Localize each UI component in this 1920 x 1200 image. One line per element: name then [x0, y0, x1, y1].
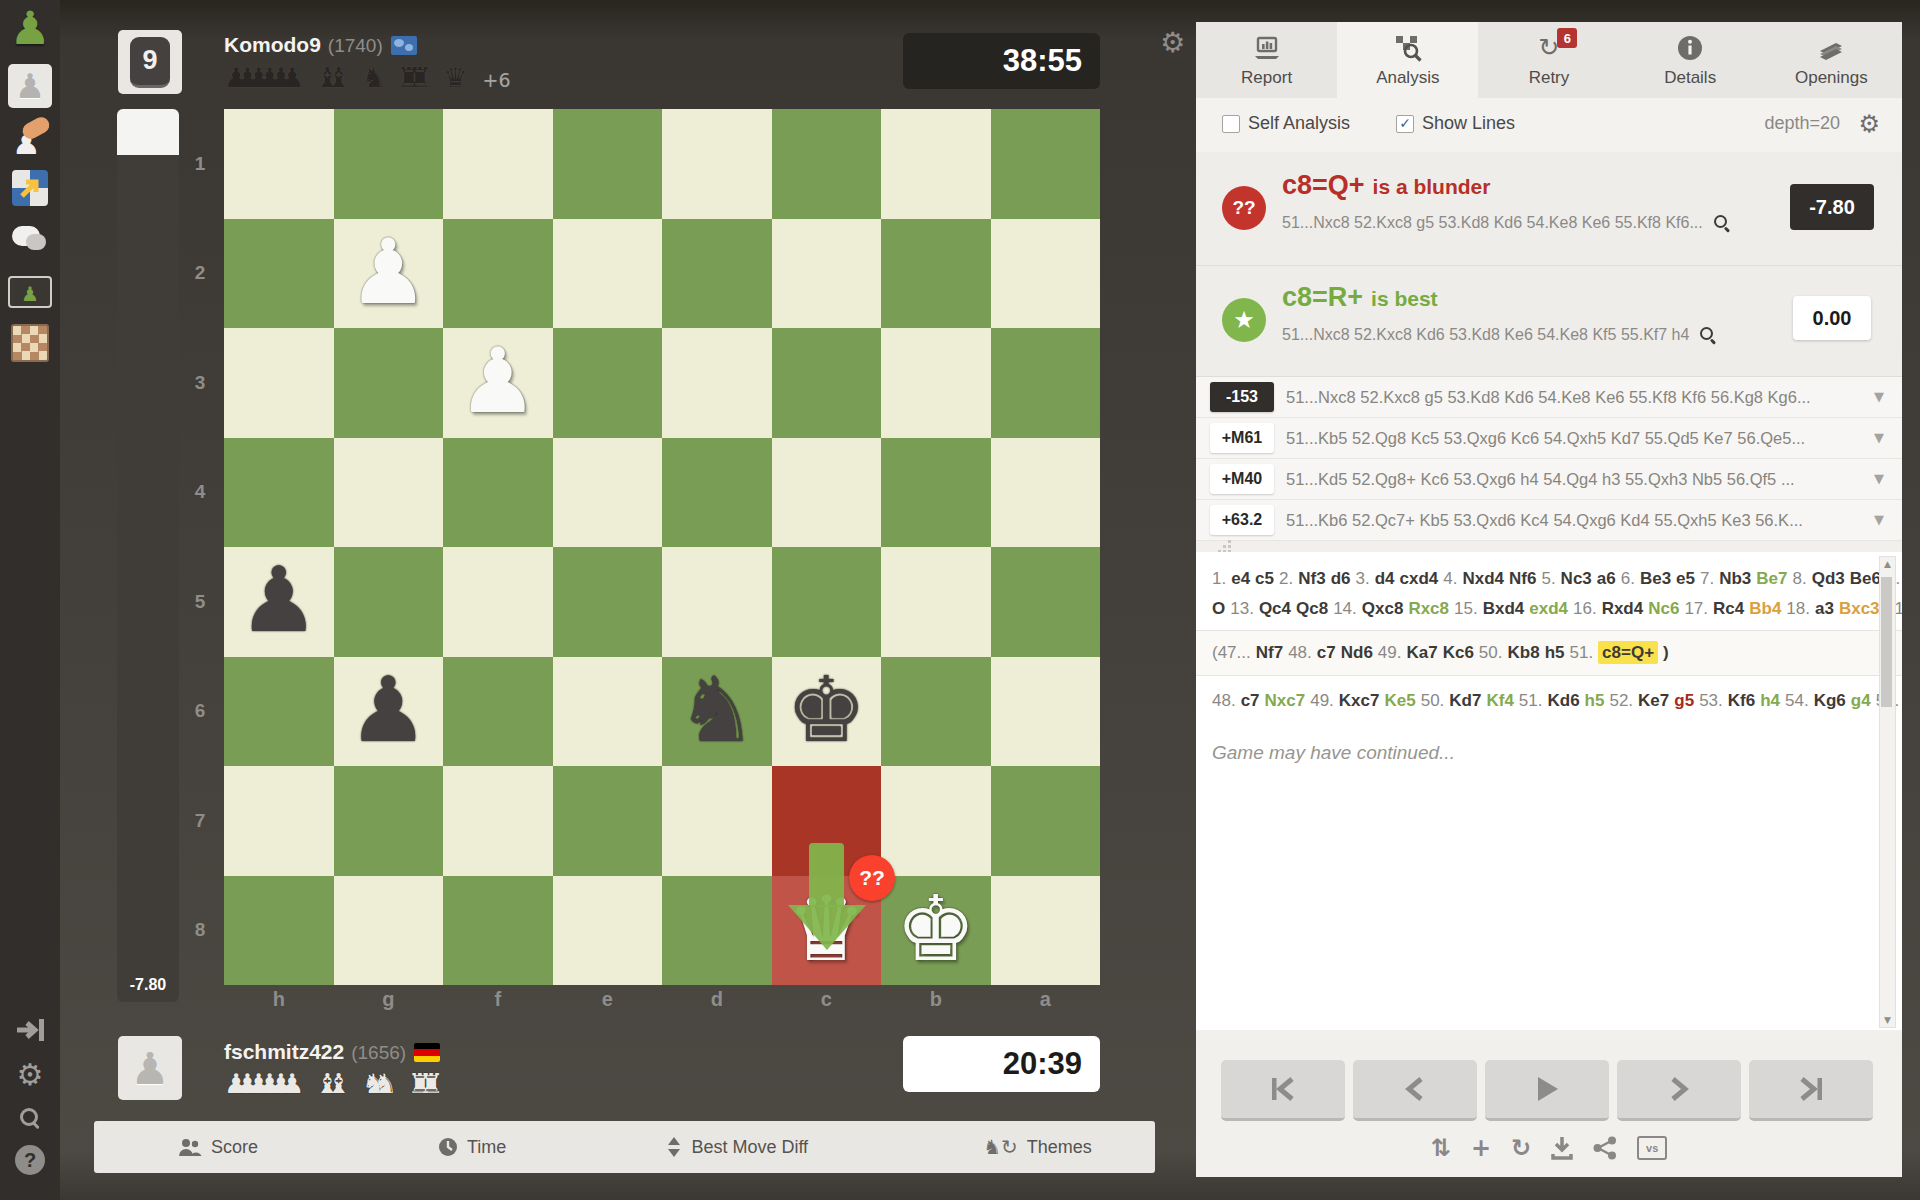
square-h8[interactable]: [224, 876, 334, 986]
bottom-player-name[interactable]: fschmitz422: [224, 1040, 344, 1063]
move-number: 5.: [1541, 569, 1555, 588]
top-player-rating: (1740): [328, 35, 383, 56]
move[interactable]: Ka7: [1406, 643, 1437, 662]
world-flag-icon: [391, 36, 417, 55]
move[interactable]: Ke5: [1384, 691, 1415, 710]
square-b6[interactable]: [881, 657, 991, 767]
top-player-name[interactable]: Komodo9: [224, 33, 321, 56]
square-e7[interactable]: [553, 766, 663, 876]
chevron-down-icon[interactable]: ▼: [1874, 500, 1884, 540]
self-analysis-label: Self Analysis: [1248, 113, 1350, 134]
square-c2[interactable]: [772, 219, 882, 329]
bottom-player-avatar[interactable]: ♟: [118, 1036, 182, 1100]
people-icon: [178, 1138, 202, 1156]
app-sidebar: ♟ ♟ ♟ ♟ ⚙ ?: [0, 0, 60, 1200]
move-number: 48.: [1288, 643, 1312, 662]
sign-in-icon[interactable]: [8, 1008, 52, 1052]
material-advantage: +6: [483, 69, 511, 91]
chevron-left-icon: [1404, 1074, 1426, 1104]
rank-label-4: 4: [184, 481, 216, 503]
square-g5[interactable]: [334, 547, 444, 657]
reset-icon[interactable]: ↻: [1511, 1134, 1531, 1162]
play-computer-icon[interactable]: ♟: [8, 64, 52, 108]
move[interactable]: Kd6: [1547, 691, 1579, 710]
blunder-title: c8=Q+is a blunder: [1282, 170, 1490, 201]
engine-line-score: +63.2: [1210, 505, 1274, 535]
analysis-icon: [1394, 33, 1422, 63]
file-label-f: f: [443, 988, 553, 1011]
move[interactable]: Be6: [1850, 569, 1881, 588]
blunder-score-badge: -7.80: [1790, 184, 1874, 230]
chevron-down-icon[interactable]: ▼: [1874, 418, 1884, 458]
move[interactable]: Kd7: [1449, 691, 1481, 710]
board-settings-gear-icon[interactable]: ⚙: [1160, 26, 1185, 59]
move[interactable]: Qc4: [1259, 599, 1291, 618]
square-h7[interactable]: [224, 766, 334, 876]
engine-line-2[interactable]: +M6151...Kb5 52.Qg8 Kc5 53.Qxg6 Kc6 54.Q…: [1196, 418, 1902, 459]
square-b3[interactable]: [881, 328, 991, 438]
bottom-player-clock: 20:39: [903, 1036, 1100, 1092]
best-score-badge: 0.00: [1793, 296, 1871, 340]
blunder-assessment-row[interactable]: ?? c8=Q+is a blunder 51...Nxc8 52.Kxc8 g…: [1196, 152, 1902, 266]
square-d7[interactable]: [662, 766, 772, 876]
move[interactable]: d4: [1375, 569, 1395, 588]
move-number: 52.: [1609, 691, 1633, 710]
share-icon[interactable]: [1593, 1136, 1617, 1160]
engine-line-1[interactable]: -15351...Nxc8 52.Kxc8 g5 53.Kd8 Kd6 54.K…: [1196, 377, 1902, 418]
move-number: 8.: [1793, 569, 1807, 588]
black-pawn-h5[interactable]: ♟: [224, 547, 334, 657]
go-to-end-button[interactable]: [1749, 1060, 1873, 1121]
move-number: 14.: [1333, 599, 1357, 618]
white-king-b8[interactable]: ♚: [881, 876, 991, 986]
captured-q-group: ♛: [443, 62, 454, 93]
search-icon[interactable]: [8, 1096, 52, 1140]
engine-line-moves: 51...Kb6 52.Qc7+ Kb5 53.Qxd6 Kc4 54.Qxg6…: [1286, 500, 1803, 540]
captured-b-group: ♝♝: [315, 62, 337, 93]
depth-setting: depth=20: [1764, 113, 1840, 134]
main-move-list: 1.e4c52.Nf3d63.d4cxd44.Nxd4Nf65.Nc3a66.B…: [1196, 552, 1902, 624]
square-g3[interactable]: [334, 328, 444, 438]
computer-pawn-icon[interactable]: ♟: [8, 270, 52, 314]
chat-icon[interactable]: [8, 218, 52, 262]
move-number: 7.: [1700, 569, 1714, 588]
germany-flag-icon: [414, 1043, 440, 1062]
settings-gear-icon[interactable]: ⚙: [8, 1052, 52, 1096]
best-move-row[interactable]: ★ c8=R+is best 51...Nxc8 52.Kxc8 Kd6 53.…: [1196, 266, 1902, 377]
square-d4[interactable]: [662, 438, 772, 548]
move-number: 2.: [1279, 569, 1293, 588]
move-number: 49.: [1310, 691, 1334, 710]
move[interactable]: Nb3: [1719, 569, 1751, 588]
move-number: 1.: [1212, 569, 1226, 588]
square-h3[interactable]: [224, 328, 334, 438]
top-captured-pieces: ♟♟♟♟♟♟♝♝♞♜♜♛+6: [224, 62, 511, 93]
square-a2[interactable]: [991, 219, 1101, 329]
engine-line-score: +M61: [1210, 423, 1274, 453]
file-label-c: c: [772, 988, 882, 1011]
move-navigation-row: ⇅ + ↻ vs: [1196, 1030, 1902, 1177]
move[interactable]: cxd4: [1400, 569, 1439, 588]
add-icon[interactable]: +: [1471, 1134, 1491, 1162]
flip-board-icon[interactable]: ⇅: [1431, 1134, 1451, 1162]
chevron-down-icon[interactable]: ▼: [1874, 459, 1884, 499]
move-number: 48.: [1212, 691, 1236, 710]
square-e3[interactable]: [553, 328, 663, 438]
square-b4[interactable]: [881, 438, 991, 548]
rank-label-8: 8: [184, 919, 216, 941]
move[interactable]: d6: [1331, 569, 1351, 588]
chevron-down-icon[interactable]: ▼: [1874, 377, 1884, 417]
tab-analysis[interactable]: Analysis: [1337, 22, 1478, 98]
captured-n-group: ♞♞: [362, 1068, 384, 1099]
tab-openings[interactable]: Openings: [1761, 22, 1902, 98]
report-icon: [1253, 33, 1281, 63]
move-number: 50.: [1421, 691, 1445, 710]
square-a5[interactable]: [991, 547, 1101, 657]
move[interactable]: Qxc8: [1362, 599, 1404, 618]
captured-r-group: ♜♜: [408, 1068, 430, 1099]
move[interactable]: Nxd4: [1462, 569, 1504, 588]
move[interactable]: Kf6: [1728, 691, 1755, 710]
move[interactable]: Kc6: [1443, 643, 1474, 662]
retry-icon: ↻: [1538, 33, 1559, 63]
analysis-panel: Report Analysis ↻ 6 Retry Details Openin…: [1196, 22, 1902, 1177]
move[interactable]: Nf3: [1298, 569, 1325, 588]
engine-line-moves: 51...Kd5 52.Qg8+ Kc6 53.Qxg6 h4 54.Qg4 h…: [1286, 459, 1795, 499]
black-king-c6[interactable]: ♚: [772, 657, 882, 767]
move[interactable]: Nd6: [1341, 643, 1373, 662]
square-d2[interactable]: [662, 219, 772, 329]
skip-to-end-icon: [1794, 1074, 1828, 1104]
square-a8[interactable]: [991, 876, 1101, 986]
tab-retry[interactable]: ↻ 6 Retry: [1478, 22, 1619, 98]
move[interactable]: c7: [1241, 691, 1260, 710]
move[interactable]: g5: [1674, 691, 1694, 710]
white-pawn-g2[interactable]: ♟: [334, 219, 444, 329]
move-list-scrollbar[interactable]: ▲ ▼: [1879, 556, 1896, 1028]
scrollbar-thumb[interactable]: [1881, 577, 1892, 707]
engine-line-moves: 51...Nxc8 52.Kxc8 g5 53.Kd8 Kd6 54.Ke8 K…: [1286, 377, 1811, 417]
white-pawn-avatar-icon: ♟: [130, 1043, 169, 1094]
continuation-moves: 48.c7Nxc749.Kxc7Ke550.Kd7Kf451.Kd6h552.K…: [1196, 676, 1902, 716]
move-number: 18.: [1786, 599, 1810, 618]
tab-score[interactable]: Score: [178, 1137, 258, 1158]
square-b7[interactable]: [881, 766, 991, 876]
top-player-avatar[interactable]: 9: [118, 30, 182, 94]
evaluation-value: -7.80: [117, 976, 179, 994]
move[interactable]: Kg6: [1814, 691, 1846, 710]
self-analysis-checkbox[interactable]: [1222, 115, 1240, 133]
panel-tab-bar: Report Analysis ↻ 6 Retry Details Openin…: [1196, 22, 1902, 98]
retry-count-badge: 6: [1557, 28, 1577, 48]
move[interactable]: c8=Q+: [1598, 641, 1658, 664]
move[interactable]: Nf7: [1256, 643, 1283, 662]
move-number: 53.: [1699, 691, 1723, 710]
move-number: 51.: [1569, 643, 1593, 662]
analysis-options-row: Self Analysis ✓ Show Lines depth=20 ⚙: [1196, 98, 1902, 152]
file-label-a: a: [991, 988, 1101, 1011]
move-number: 17.: [1684, 599, 1708, 618]
file-label-e: e: [553, 988, 663, 1011]
move-number: 54.: [1785, 691, 1809, 710]
rank-label-1: 1: [184, 153, 216, 175]
captured-p-group: ♟♟♟♟♟♟: [224, 1068, 291, 1099]
tab-time[interactable]: Time: [438, 1137, 506, 1158]
openings-books-icon: [1816, 33, 1846, 63]
move[interactable]: Nf6: [1509, 569, 1536, 588]
square-f5[interactable]: [443, 547, 553, 657]
rank-label-5: 5: [184, 591, 216, 613]
next-move-button[interactable]: [1617, 1060, 1741, 1121]
arrow-up-right-icon: [18, 176, 42, 200]
play-vs-computer-icon[interactable]: vs: [1637, 1136, 1667, 1160]
play-icon: [1534, 1074, 1560, 1104]
play-friend-hand-pawn-icon[interactable]: ♟: [8, 116, 52, 160]
square-d5[interactable]: [662, 547, 772, 657]
square-e2[interactable]: [553, 219, 663, 329]
show-lines-checkbox[interactable]: ✓: [1396, 115, 1414, 133]
square-g4[interactable]: [334, 438, 444, 548]
square-c3[interactable]: [772, 328, 882, 438]
tab-best-move-diff[interactable]: Best Move Diff: [666, 1136, 808, 1158]
square-f2[interactable]: [443, 219, 553, 329]
magnifier-icon[interactable]: [1713, 214, 1731, 232]
move[interactable]: h5: [1585, 691, 1605, 710]
puzzles-icon[interactable]: [8, 166, 52, 210]
best-move-title: c8=R+is best: [1282, 282, 1438, 313]
bottom-captured-pieces: ♟♟♟♟♟♟♝♝♞♞♜♜: [224, 1068, 455, 1099]
square-g7[interactable]: [334, 766, 444, 876]
black-knight-d6[interactable]: ♞: [662, 657, 772, 767]
move[interactable]: h5: [1545, 643, 1565, 662]
tab-report[interactable]: Report: [1196, 22, 1337, 98]
move-arrow-shaft: [809, 843, 844, 907]
panel-tools-row: ⇅ + ↻ vs: [1196, 1134, 1902, 1162]
move[interactable]: Bb4: [1749, 599, 1781, 618]
move[interactable]: Bxd4: [1483, 599, 1525, 618]
move[interactable]: h4: [1760, 691, 1780, 710]
engine-line-score: -153: [1210, 382, 1274, 412]
black-pawn-g6[interactable]: ♟: [334, 657, 444, 767]
blunder-icon: ??: [1222, 186, 1266, 230]
evaluation-bar: -7.80: [117, 109, 179, 1002]
square-d3[interactable]: [662, 328, 772, 438]
square-a4[interactable]: [991, 438, 1101, 548]
engine-lines-list: -15351...Nxc8 52.Kxc8 g5 53.Kd8 Kd6 54.K…: [1196, 377, 1902, 541]
move[interactable]: Nc6: [1648, 599, 1679, 618]
details-info-icon: [1677, 33, 1703, 63]
download-icon[interactable]: [1551, 1136, 1573, 1160]
logo-pawn-icon[interactable]: ♟: [8, 6, 52, 50]
up-down-arrows-icon: [666, 1136, 682, 1158]
rank-label-2: 2: [184, 262, 216, 284]
captured-n-group: ♞: [362, 62, 373, 93]
square-h4[interactable]: [224, 438, 334, 548]
blunder-line: 51...Nxc8 52.Kxc8 g5 53.Kd8 Kd6 54.Ke8 K…: [1282, 214, 1731, 232]
square-f4[interactable]: [443, 438, 553, 548]
rank-label-3: 3: [184, 372, 216, 394]
move[interactable]: Qc8: [1296, 599, 1328, 618]
scroll-up-icon[interactable]: ▲: [1880, 559, 1895, 569]
square-f1[interactable]: [443, 109, 553, 219]
chevron-right-icon: [1668, 1074, 1690, 1104]
engine-line-3[interactable]: +M4051...Kd5 52.Qg8+ Kc6 53.Qxg6 h4 54.Q…: [1196, 459, 1902, 500]
analysis-bottom-bar: Score Time Best Move Diff ♞↻ Themes: [94, 1121, 1155, 1173]
square-g1[interactable]: [334, 109, 444, 219]
file-label-d: d: [662, 988, 772, 1011]
square-a6[interactable]: [991, 657, 1101, 767]
blunder-badge-icon: ??: [849, 855, 895, 901]
move[interactable]: Nc3: [1561, 569, 1592, 588]
move[interactable]: a3: [1815, 599, 1834, 618]
move-number: 4.: [1443, 569, 1457, 588]
tab-themes[interactable]: ♞↻ Themes: [983, 1135, 1092, 1159]
moves-footer-note: Game may have continued...: [1196, 716, 1902, 764]
go-to-start-button[interactable]: [1221, 1060, 1345, 1121]
best-move-line: 51...Nxc8 52.Kxc8 Kd6 53.Kd8 Ke6 54.Ke8 …: [1282, 326, 1717, 344]
move[interactable]: Be3: [1640, 569, 1671, 588]
square-a7[interactable]: [991, 766, 1101, 876]
move[interactable]: Rxc8: [1408, 599, 1449, 618]
square-e1[interactable]: [553, 109, 663, 219]
analysis-settings-gear-icon[interactable]: ⚙: [1858, 110, 1880, 138]
move-list-area[interactable]: 1.e4c52.Nf3d63.d4cxd44.Nxd4Nf65.Nc3a66.B…: [1196, 552, 1902, 1030]
square-f7[interactable]: [443, 766, 553, 876]
square-h2[interactable]: [224, 219, 334, 329]
square-b1[interactable]: [881, 109, 991, 219]
best-move-star-icon: ★: [1222, 298, 1266, 342]
engine-line-score: +M40: [1210, 464, 1274, 494]
square-h6[interactable]: [224, 657, 334, 767]
captured-r-group: ♜♜: [397, 62, 419, 93]
move-number: 13.: [1230, 599, 1254, 618]
variation-line: (47...Nf748.c7Nd649.Ka7Kc650.Kb8h551.c8=…: [1196, 630, 1902, 676]
move[interactable]: c5: [1255, 569, 1274, 588]
tab-details[interactable]: Details: [1620, 22, 1761, 98]
square-b5[interactable]: [881, 547, 991, 657]
square-e5[interactable]: [553, 547, 663, 657]
move-number: 51.: [1519, 691, 1543, 710]
square-c1[interactable]: [772, 109, 882, 219]
move[interactable]: Be7: [1756, 569, 1787, 588]
move-number: 50.: [1479, 643, 1503, 662]
engine-line-4[interactable]: +63.251...Kb6 52.Qc7+ Kb5 53.Qxd6 Kc4 54…: [1196, 500, 1902, 541]
play-button[interactable]: [1485, 1060, 1609, 1121]
scroll-down-icon[interactable]: ▼: [1880, 1015, 1895, 1025]
square-d1[interactable]: [662, 109, 772, 219]
white-pawn-f3[interactable]: ♟: [443, 328, 553, 438]
captured-p-group: ♟♟♟♟♟♟: [224, 62, 291, 93]
rank-label-7: 7: [184, 810, 216, 832]
file-label-h: h: [224, 988, 334, 1011]
bottom-player-rating: (1656): [351, 1042, 406, 1063]
show-lines-label: Show Lines: [1422, 113, 1515, 134]
move[interactable]: Nxc7: [1265, 691, 1306, 710]
square-f6[interactable]: [443, 657, 553, 767]
square-e8[interactable]: [553, 876, 663, 986]
captured-b-group: ♝♝: [315, 1068, 337, 1099]
top-player-name-row: Komodo9(1740): [224, 33, 417, 57]
clock-icon: [438, 1137, 458, 1157]
move-number: 16.: [1573, 599, 1597, 618]
move[interactable]: g4: [1851, 691, 1871, 710]
rank-label-6: 6: [184, 700, 216, 722]
move[interactable]: e4: [1231, 569, 1250, 588]
skip-to-start-icon: [1266, 1074, 1300, 1104]
move-number: 6.: [1621, 569, 1635, 588]
board-theme-icon[interactable]: [8, 321, 52, 365]
move[interactable]: ): [1663, 643, 1669, 662]
square-a1[interactable]: [991, 109, 1101, 219]
move-number: (47...: [1212, 643, 1251, 662]
square-f8[interactable]: [443, 876, 553, 986]
move-number: 3.: [1355, 569, 1369, 588]
move[interactable]: Kf4: [1486, 691, 1513, 710]
help-icon[interactable]: ?: [8, 1138, 52, 1182]
move[interactable]: Rc4: [1713, 599, 1744, 618]
move[interactable]: exd4: [1529, 599, 1568, 618]
move[interactable]: Ke7: [1638, 691, 1669, 710]
square-d8[interactable]: [662, 876, 772, 986]
square-a3[interactable]: [991, 328, 1101, 438]
square-c5[interactable]: [772, 547, 882, 657]
square-g8[interactable]: [334, 876, 444, 986]
engine-chip-icon: 9: [130, 37, 170, 88]
knight-refresh-icon: ♞↻: [983, 1135, 1018, 1159]
file-label-b: b: [881, 988, 991, 1011]
file-label-g: g: [334, 988, 444, 1011]
square-c4[interactable]: [772, 438, 882, 548]
magnifier-icon[interactable]: [1699, 326, 1717, 344]
square-e4[interactable]: [553, 438, 663, 548]
move[interactable]: a6: [1597, 569, 1616, 588]
move-number: 49.: [1378, 643, 1402, 662]
move-number: 15.: [1454, 599, 1478, 618]
move[interactable]: Kb8: [1508, 643, 1540, 662]
move[interactable]: Qd3: [1812, 569, 1845, 588]
move[interactable]: e5: [1676, 569, 1695, 588]
square-e6[interactable]: [553, 657, 663, 767]
evaluation-bar-white: [117, 109, 179, 155]
move[interactable]: Rxd4: [1602, 599, 1644, 618]
previous-move-button[interactable]: [1353, 1060, 1477, 1121]
square-h1[interactable]: [224, 109, 334, 219]
top-player-clock: 38:55: [903, 33, 1100, 89]
engine-line-moves: 51...Kb5 52.Qg8 Kc5 53.Qxg6 Kc6 54.Qxh5 …: [1286, 418, 1805, 458]
square-b2[interactable]: [881, 219, 991, 329]
bottom-player-name-row: fschmitz422(1656): [224, 1040, 440, 1064]
move[interactable]: Kxc7: [1339, 691, 1380, 710]
move[interactable]: c7: [1317, 643, 1336, 662]
move-arrow-head: [788, 905, 866, 950]
